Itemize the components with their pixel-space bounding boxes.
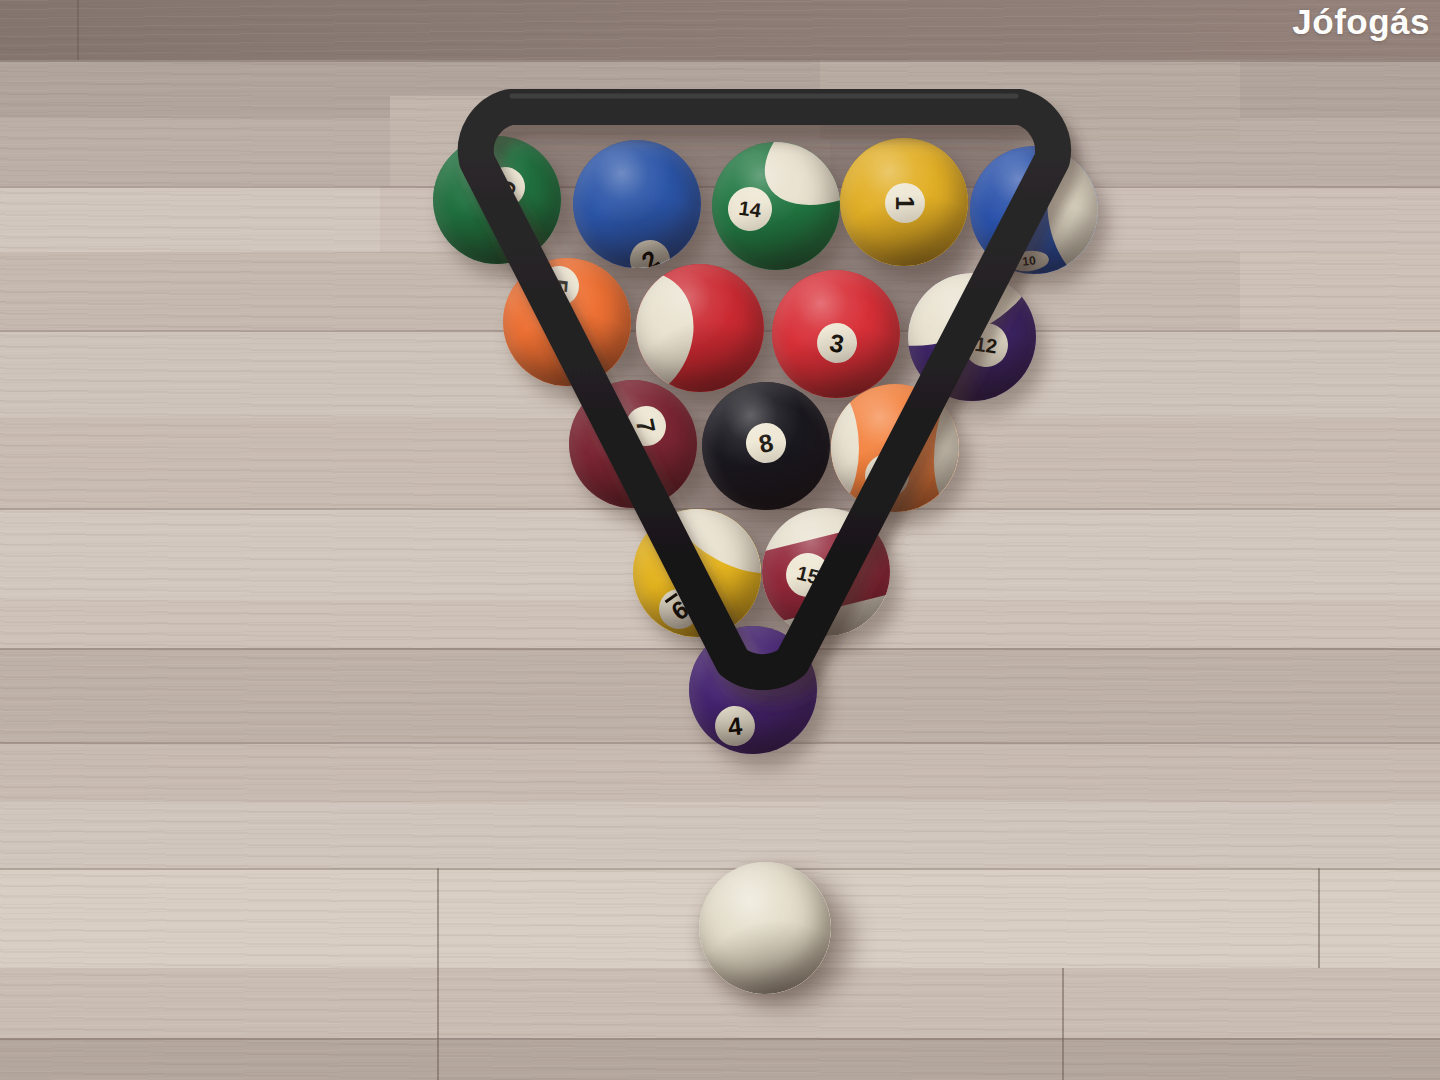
ball-3-number: 3	[814, 320, 860, 366]
plank-seam	[0, 60, 1440, 62]
ball-5: 5	[503, 258, 631, 386]
ball-8-number: 8	[742, 420, 789, 467]
plank-seam	[77, 0, 79, 60]
ball-12: 12	[908, 273, 1036, 401]
floor-plank	[0, 0, 1440, 60]
floor-plank	[0, 1038, 1440, 1080]
ball-13: 13	[831, 384, 959, 512]
ball-5-number: 5	[538, 264, 581, 307]
plank-seam	[0, 868, 1440, 870]
ball-1: 1	[840, 138, 968, 266]
floor-plank	[0, 742, 1440, 802]
floor-plank	[0, 968, 1440, 1038]
ball-7-number: 7	[622, 402, 669, 449]
ball-6-number: 6	[482, 164, 528, 210]
ball-3: 3	[772, 270, 900, 398]
cue-ball	[699, 862, 831, 994]
plank-seam	[1062, 968, 1064, 1080]
plank-seam	[0, 508, 1440, 510]
floor-plank	[0, 802, 1440, 868]
ball-15: 15	[762, 508, 890, 636]
ball-11	[636, 264, 764, 392]
ball-14-number: 14	[726, 184, 776, 234]
ball-6: 6	[433, 136, 561, 264]
ball-4-number: 4	[713, 704, 757, 748]
ball-13-number: 13	[863, 452, 911, 500]
floor-plank-patch	[820, 60, 1240, 140]
ball-10-number: 10	[1008, 249, 1050, 273]
ball-14: 14	[712, 142, 840, 270]
ball-10: 10	[970, 146, 1098, 274]
floor-plank-patch	[0, 186, 380, 252]
ball-9: 9	[633, 509, 761, 637]
plank-seam	[1318, 868, 1320, 968]
floor-plank-patch	[1240, 252, 1440, 330]
ball-1-number: 1	[885, 183, 925, 223]
ball-7: 7	[569, 380, 697, 508]
photo-canvas: 6 2 14 1 10 5 3 12 7 8 13 9 15	[0, 0, 1440, 1080]
plank-seam	[0, 1038, 1440, 1040]
watermark-logo: Jófogás	[1292, 2, 1430, 42]
ball-4: 4	[689, 626, 817, 754]
plank-seam	[437, 868, 439, 1080]
ball-2: 2	[573, 140, 701, 268]
ball-8: 8	[702, 382, 830, 510]
